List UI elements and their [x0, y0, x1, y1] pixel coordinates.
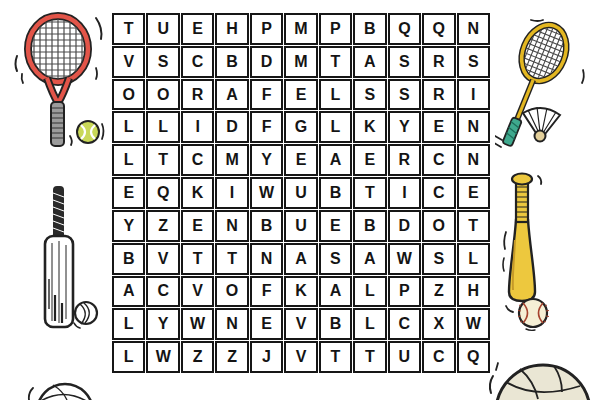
- cricket-bat-icon: [40, 183, 108, 331]
- grid-cell-r6c5[interactable]: W: [250, 177, 283, 209]
- grid-cell-r10c10[interactable]: X: [422, 308, 455, 340]
- grid-cell-r9c2[interactable]: C: [146, 276, 179, 308]
- cricket-ball-icon: [70, 297, 106, 333]
- grid-cell-r1c11[interactable]: N: [457, 13, 490, 45]
- baseball-bat-icon: [502, 170, 554, 334]
- grid-cell-r7c5[interactable]: B: [250, 210, 283, 242]
- grid-cell-r4c7[interactable]: L: [319, 111, 352, 143]
- grid-cell-r6c9[interactable]: I: [388, 177, 421, 209]
- grid-cell-r2c4[interactable]: B: [215, 46, 248, 78]
- grid-cell-r1c6[interactable]: M: [284, 13, 317, 45]
- grid-cell-r5c8[interactable]: E: [353, 144, 386, 176]
- grid-cell-r9c6[interactable]: K: [284, 276, 317, 308]
- grid-cell-r5c5[interactable]: Y: [250, 144, 283, 176]
- grid-cell-r1c7[interactable]: P: [319, 13, 352, 45]
- grid-cell-r11c2[interactable]: W: [146, 341, 179, 373]
- grid-cell-r9c3[interactable]: V: [181, 276, 214, 308]
- grid-cell-r9c10[interactable]: Z: [422, 276, 455, 308]
- grid-cell-r2c10[interactable]: R: [422, 46, 455, 78]
- grid-cell-r11c9[interactable]: U: [388, 341, 421, 373]
- grid-cell-r6c4[interactable]: I: [215, 177, 248, 209]
- grid-cell-r10c2[interactable]: Y: [146, 308, 179, 340]
- grid-cell-r9c5[interactable]: F: [250, 276, 283, 308]
- grid-cell-r5c4[interactable]: M: [215, 144, 248, 176]
- grid-cell-r8c4[interactable]: T: [215, 243, 248, 275]
- grid-cell-r3c11[interactable]: I: [457, 79, 490, 111]
- grid-cell-r1c2[interactable]: U: [146, 13, 179, 45]
- grid-cell-r2c7[interactable]: T: [319, 46, 352, 78]
- grid-cell-r5c11[interactable]: N: [457, 144, 490, 176]
- grid-cell-r3c7[interactable]: L: [319, 79, 352, 111]
- grid-cell-r8c1[interactable]: B: [112, 243, 145, 275]
- shuttlecock-icon: [518, 100, 570, 145]
- grid-cell-r9c9[interactable]: P: [388, 276, 421, 308]
- grid-cell-r7c3[interactable]: E: [181, 210, 214, 242]
- grid-cell-r6c6[interactable]: U: [284, 177, 317, 209]
- grid-cell-r8c11[interactable]: L: [457, 243, 490, 275]
- grid-cell-r6c7[interactable]: B: [319, 177, 352, 209]
- grid-cell-r2c8[interactable]: A: [353, 46, 386, 78]
- grid-cell-r10c8[interactable]: L: [353, 308, 386, 340]
- grid-cell-r1c9[interactable]: Q: [388, 13, 421, 45]
- grid-cell-r7c10[interactable]: O: [422, 210, 455, 242]
- grid-cell-r8c10[interactable]: S: [422, 243, 455, 275]
- grid-cell-r5c9[interactable]: R: [388, 144, 421, 176]
- grid-cell-r3c5[interactable]: F: [250, 79, 283, 111]
- grid-cell-r7c11[interactable]: T: [457, 210, 490, 242]
- grid-cell-r4c8[interactable]: K: [353, 111, 386, 143]
- grid-cell-r8c3[interactable]: T: [181, 243, 214, 275]
- grid-cell-r4c11[interactable]: N: [457, 111, 490, 143]
- grid-cell-r10c4[interactable]: N: [215, 308, 248, 340]
- grid-cell-r10c9[interactable]: C: [388, 308, 421, 340]
- grid-cell-r3c1[interactable]: O: [112, 79, 145, 111]
- grid-cell-r11c4[interactable]: Z: [215, 341, 248, 373]
- grid-cell-r8c5[interactable]: N: [250, 243, 283, 275]
- grid-cell-r2c6[interactable]: M: [284, 46, 317, 78]
- grid-cell-r8c6[interactable]: A: [284, 243, 317, 275]
- grid-cell-r4c6[interactable]: G: [284, 111, 317, 143]
- grid-cell-r5c2[interactable]: T: [146, 144, 179, 176]
- grid-cell-r9c8[interactable]: L: [353, 276, 386, 308]
- grid-cell-r6c1[interactable]: E: [112, 177, 145, 209]
- tennis-ball-icon: [72, 116, 108, 152]
- grid-cell-r11c1[interactable]: L: [112, 341, 145, 373]
- grid-cell-r7c8[interactable]: B: [353, 210, 386, 242]
- grid-cell-r4c4[interactable]: D: [215, 111, 248, 143]
- grid-cell-r8c2[interactable]: V: [146, 243, 179, 275]
- grid-cell-r5c6[interactable]: E: [284, 144, 317, 176]
- grid-cell-r11c3[interactable]: Z: [181, 341, 214, 373]
- grid-cell-r3c2[interactable]: O: [146, 79, 179, 111]
- grid-cell-r9c7[interactable]: A: [319, 276, 352, 308]
- grid-cell-r11c7[interactable]: T: [319, 341, 352, 373]
- grid-cell-r6c11[interactable]: E: [457, 177, 490, 209]
- grid-cell-r11c6[interactable]: V: [284, 341, 317, 373]
- grid-cell-r11c11[interactable]: Q: [457, 341, 490, 373]
- partial-ball-icon: [25, 380, 105, 400]
- grid-cell-r6c2[interactable]: Q: [146, 177, 179, 209]
- grid-cell-r9c11[interactable]: H: [457, 276, 490, 308]
- grid-cell-r4c1[interactable]: L: [112, 111, 145, 143]
- grid-cell-r7c1[interactable]: Y: [112, 210, 145, 242]
- grid-cell-r4c2[interactable]: L: [146, 111, 179, 143]
- grid-cell-r4c9[interactable]: Y: [388, 111, 421, 143]
- grid-cell-r1c3[interactable]: E: [181, 13, 214, 45]
- grid-cell-r7c4[interactable]: N: [215, 210, 248, 242]
- grid-cell-r7c6[interactable]: U: [284, 210, 317, 242]
- grid-cell-r11c10[interactable]: C: [422, 341, 455, 373]
- grid-cell-r7c7[interactable]: E: [319, 210, 352, 242]
- grid-cell-r4c10[interactable]: E: [422, 111, 455, 143]
- grid-cell-r10c7[interactable]: B: [319, 308, 352, 340]
- grid-cell-r6c8[interactable]: T: [353, 177, 386, 209]
- grid-cell-r7c9[interactable]: D: [388, 210, 421, 242]
- grid-cell-r2c3[interactable]: C: [181, 46, 214, 78]
- grid-cell-r9c4[interactable]: O: [215, 276, 248, 308]
- grid-cell-r3c4[interactable]: A: [215, 79, 248, 111]
- baseball-icon: [514, 294, 554, 334]
- grid-cell-r3c8[interactable]: S: [353, 79, 386, 111]
- word-search-grid: TUEHPMPBQQNVSCBDMTASRSOORAFELSSRILLIDFGL…: [112, 13, 490, 373]
- grid-cell-r10c6[interactable]: V: [284, 308, 317, 340]
- grid-cell-r5c7[interactable]: A: [319, 144, 352, 176]
- grid-cell-r3c9[interactable]: S: [388, 79, 421, 111]
- badminton-racket-icon: [495, 18, 597, 158]
- grid-cell-r10c5[interactable]: E: [250, 308, 283, 340]
- grid-cell-r10c3[interactable]: W: [181, 308, 214, 340]
- grid-cell-r6c10[interactable]: C: [422, 177, 455, 209]
- grid-cell-r4c5[interactable]: F: [250, 111, 283, 143]
- grid-cell-r3c3[interactable]: R: [181, 79, 214, 111]
- grid-cell-r5c10[interactable]: C: [422, 144, 455, 176]
- grid-cell-r5c1[interactable]: L: [112, 144, 145, 176]
- grid-cell-r2c1[interactable]: V: [112, 46, 145, 78]
- grid-cell-r2c11[interactable]: S: [457, 46, 490, 78]
- grid-cell-r10c1[interactable]: L: [112, 308, 145, 340]
- grid-cell-r3c10[interactable]: R: [422, 79, 455, 111]
- grid-cell-r2c2[interactable]: S: [146, 46, 179, 78]
- grid-cell-r2c5[interactable]: D: [250, 46, 283, 78]
- grid-cell-r3c6[interactable]: E: [284, 79, 317, 111]
- tennis-racket-icon: [8, 4, 108, 152]
- grid-cell-r11c5[interactable]: J: [250, 341, 283, 373]
- grid-cell-r4c3[interactable]: I: [181, 111, 214, 143]
- grid-cell-r8c7[interactable]: S: [319, 243, 352, 275]
- grid-cell-r10c11[interactable]: W: [457, 308, 490, 340]
- grid-cell-r11c8[interactable]: T: [353, 341, 386, 373]
- grid-cell-r5c3[interactable]: C: [181, 144, 214, 176]
- grid-cell-r8c8[interactable]: A: [353, 243, 386, 275]
- grid-cell-r2c9[interactable]: S: [388, 46, 421, 78]
- grid-cell-r7c2[interactable]: Z: [146, 210, 179, 242]
- grid-cell-r1c8[interactable]: B: [353, 13, 386, 45]
- grid-cell-r1c4[interactable]: H: [215, 13, 248, 45]
- grid-cell-r1c1[interactable]: T: [112, 13, 145, 45]
- volleyball-icon: [486, 360, 591, 400]
- grid-cell-r1c10[interactable]: Q: [422, 13, 455, 45]
- grid-cell-r1c5[interactable]: P: [250, 13, 283, 45]
- grid-cell-r6c3[interactable]: K: [181, 177, 214, 209]
- grid-cell-r8c9[interactable]: W: [388, 243, 421, 275]
- grid-cell-r9c1[interactable]: A: [112, 276, 145, 308]
